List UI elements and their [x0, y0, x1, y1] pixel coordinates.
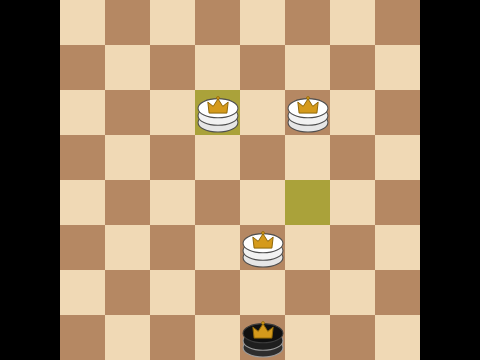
- square-g5[interactable]: [330, 135, 375, 180]
- video-frame: [0, 0, 480, 360]
- square-h5[interactable]: [375, 135, 420, 180]
- square-b8[interactable]: [105, 0, 150, 45]
- square-g4[interactable]: [330, 180, 375, 225]
- square-a4[interactable]: [60, 180, 105, 225]
- square-c1[interactable]: [150, 315, 195, 360]
- square-f4[interactable]: [285, 180, 330, 225]
- square-g7[interactable]: [330, 45, 375, 90]
- square-e2[interactable]: [240, 270, 285, 315]
- square-c5[interactable]: [150, 135, 195, 180]
- white-king[interactable]: [196, 91, 240, 135]
- square-f8[interactable]: [285, 0, 330, 45]
- draughts-board: [60, 0, 420, 360]
- square-d2[interactable]: [195, 270, 240, 315]
- square-a1[interactable]: [60, 315, 105, 360]
- square-e8[interactable]: [240, 0, 285, 45]
- square-h8[interactable]: [375, 0, 420, 45]
- square-g3[interactable]: [330, 225, 375, 270]
- square-a3[interactable]: [60, 225, 105, 270]
- square-f1[interactable]: [285, 315, 330, 360]
- square-f3[interactable]: [285, 225, 330, 270]
- square-b1[interactable]: [105, 315, 150, 360]
- square-f7[interactable]: [285, 45, 330, 90]
- square-c6[interactable]: [150, 90, 195, 135]
- square-g8[interactable]: [330, 0, 375, 45]
- square-a5[interactable]: [60, 135, 105, 180]
- square-e6[interactable]: [240, 90, 285, 135]
- square-g6[interactable]: [330, 90, 375, 135]
- letterbox-left: [0, 0, 60, 360]
- square-c3[interactable]: [150, 225, 195, 270]
- white-king[interactable]: [286, 91, 330, 135]
- square-f6[interactable]: [285, 90, 330, 135]
- square-d6[interactable]: [195, 90, 240, 135]
- square-e3[interactable]: [240, 225, 285, 270]
- square-h7[interactable]: [375, 45, 420, 90]
- square-c8[interactable]: [150, 0, 195, 45]
- square-e4[interactable]: [240, 180, 285, 225]
- square-b2[interactable]: [105, 270, 150, 315]
- square-h4[interactable]: [375, 180, 420, 225]
- square-h6[interactable]: [375, 90, 420, 135]
- square-h2[interactable]: [375, 270, 420, 315]
- square-d4[interactable]: [195, 180, 240, 225]
- letterbox-right: [420, 0, 480, 360]
- square-h3[interactable]: [375, 225, 420, 270]
- square-b6[interactable]: [105, 90, 150, 135]
- square-b3[interactable]: [105, 225, 150, 270]
- square-e1[interactable]: [240, 315, 285, 360]
- square-f5[interactable]: [285, 135, 330, 180]
- square-d1[interactable]: [195, 315, 240, 360]
- square-a6[interactable]: [60, 90, 105, 135]
- square-g2[interactable]: [330, 270, 375, 315]
- square-d8[interactable]: [195, 0, 240, 45]
- white-king[interactable]: [241, 226, 285, 270]
- square-c7[interactable]: [150, 45, 195, 90]
- square-a2[interactable]: [60, 270, 105, 315]
- square-e7[interactable]: [240, 45, 285, 90]
- square-h1[interactable]: [375, 315, 420, 360]
- square-e5[interactable]: [240, 135, 285, 180]
- square-f2[interactable]: [285, 270, 330, 315]
- square-b7[interactable]: [105, 45, 150, 90]
- square-a7[interactable]: [60, 45, 105, 90]
- square-d5[interactable]: [195, 135, 240, 180]
- square-b4[interactable]: [105, 180, 150, 225]
- square-d3[interactable]: [195, 225, 240, 270]
- square-a8[interactable]: [60, 0, 105, 45]
- square-g1[interactable]: [330, 315, 375, 360]
- square-c2[interactable]: [150, 270, 195, 315]
- square-b5[interactable]: [105, 135, 150, 180]
- black-king[interactable]: [241, 316, 285, 360]
- square-d7[interactable]: [195, 45, 240, 90]
- square-c4[interactable]: [150, 180, 195, 225]
